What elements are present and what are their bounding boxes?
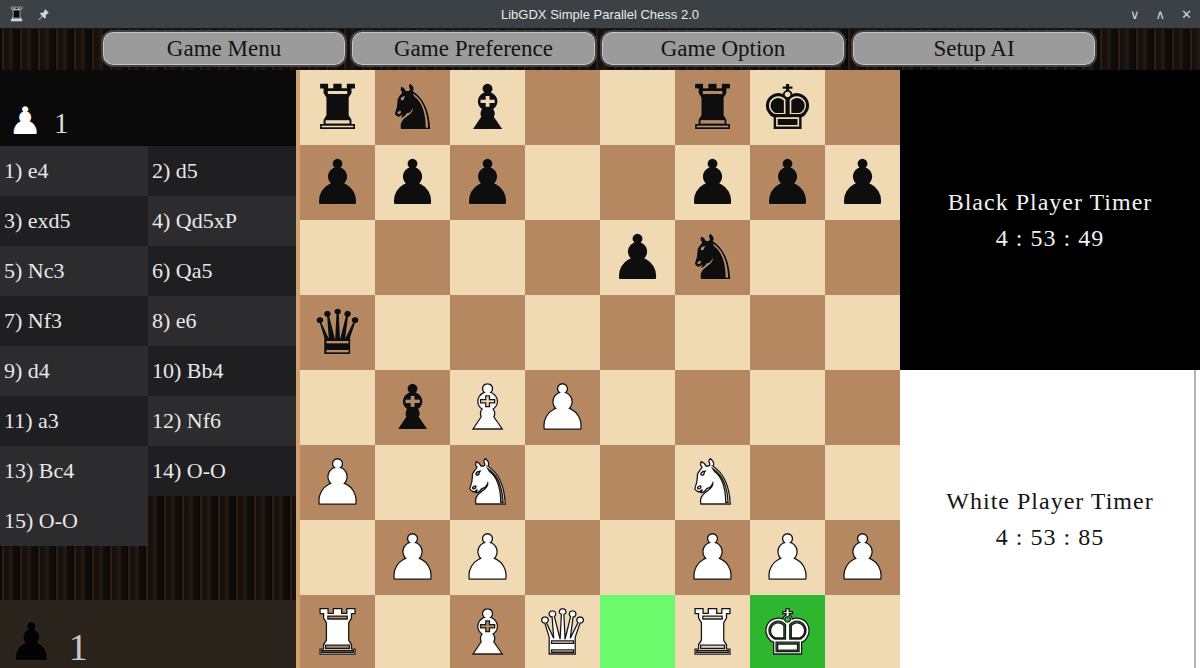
square-d6[interactable]: [525, 220, 600, 295]
square-g7[interactable]: ♟: [750, 145, 825, 220]
white-timer-title: White Player Timer: [946, 488, 1153, 515]
move-15: 15) O-O: [0, 496, 148, 546]
square-d3[interactable]: [525, 445, 600, 520]
square-f1[interactable]: ♜: [675, 595, 750, 668]
square-c1[interactable]: ♝: [450, 595, 525, 668]
square-h7[interactable]: ♟: [825, 145, 900, 220]
square-b2[interactable]: ♟: [375, 520, 450, 595]
white-bishop-piece: ♝: [460, 377, 516, 439]
minimize-button[interactable]: ∨: [1130, 7, 1140, 22]
square-f7[interactable]: ♟: [675, 145, 750, 220]
board-number-label: 1: [69, 628, 88, 668]
board-number-label: 1: [54, 108, 69, 140]
white-timer-value: 4 : 53 : 85: [996, 524, 1104, 551]
white-pawn-piece: ♟: [535, 377, 591, 439]
white-bishop-piece: ♝: [460, 602, 516, 664]
title-bar: ♜ LibGDX Simple Parallel Chess 2.0 ∨ ∧ ✕: [0, 0, 1200, 29]
square-c2[interactable]: ♟: [450, 520, 525, 595]
square-f2[interactable]: ♟: [675, 520, 750, 595]
square-e5[interactable]: [600, 295, 675, 370]
square-e3[interactable]: [600, 445, 675, 520]
square-f8[interactable]: ♜: [675, 70, 750, 145]
square-e6[interactable]: ♟: [600, 220, 675, 295]
square-a2[interactable]: [300, 520, 375, 595]
black-timer-title: Black Player Timer: [948, 189, 1153, 216]
black-queen-piece: ♛: [310, 302, 366, 364]
white-king-piece: ♚: [760, 602, 816, 664]
move-3: 3) exd5: [0, 196, 148, 246]
square-f5[interactable]: [675, 295, 750, 370]
black-pawn-piece: ♟: [685, 152, 741, 214]
square-a7[interactable]: ♟: [300, 145, 375, 220]
chess-board: ♜♞♝♜♚♟♟♟♟♟♟♟♞♛♝♝♟♟♞♞♟♟♟♟♟♜♝♛♜♚: [300, 70, 900, 668]
black-timer-value: 4 : 53 : 49: [996, 225, 1104, 252]
black-knight-piece: ♞: [385, 77, 441, 139]
game-preference-button[interactable]: Game Preference: [350, 30, 597, 67]
square-h8[interactable]: [825, 70, 900, 145]
white-rook-piece: ♜: [685, 602, 741, 664]
black-bishop-piece: ♝: [385, 377, 441, 439]
square-c6[interactable]: [450, 220, 525, 295]
black-timer-panel: Black Player Timer 4 : 53 : 49: [900, 70, 1200, 370]
square-d1[interactable]: ♛: [525, 595, 600, 668]
black-pawn-piece: ♟: [310, 152, 366, 214]
window-controls: ∨ ∧ ✕: [1130, 0, 1192, 28]
square-g1[interactable]: ♚: [750, 595, 825, 668]
square-e2[interactable]: [600, 520, 675, 595]
square-b8[interactable]: ♞: [375, 70, 450, 145]
square-f6[interactable]: ♞: [675, 220, 750, 295]
white-timer-panel: White Player Timer 4 : 53 : 85: [900, 370, 1200, 668]
move-12: 12) Nf6: [148, 396, 296, 446]
square-a4[interactable]: [300, 370, 375, 445]
black-pawn-piece: ♟: [460, 152, 516, 214]
game-option-button[interactable]: Game Option: [600, 30, 846, 67]
white-pawn-piece: ♟: [835, 527, 891, 589]
black-pawn-piece: ♟: [385, 152, 441, 214]
square-d7[interactable]: [525, 145, 600, 220]
black-pawn-icon: ♟: [8, 616, 55, 668]
square-a5[interactable]: ♛: [300, 295, 375, 370]
square-b4[interactable]: ♝: [375, 370, 450, 445]
black-pawn-piece: ♟: [835, 152, 891, 214]
square-f3[interactable]: ♞: [675, 445, 750, 520]
square-b3[interactable]: [375, 445, 450, 520]
square-g6[interactable]: [750, 220, 825, 295]
move-list-header: ♟ 1: [0, 70, 296, 146]
game-menu-button[interactable]: Game Menu: [101, 30, 347, 67]
white-pawn-piece: ♟: [685, 527, 741, 589]
white-pawn-piece: ♟: [310, 452, 366, 514]
setup-ai-button[interactable]: Setup AI: [851, 30, 1097, 67]
move-5: 5) Nc3: [0, 246, 148, 296]
white-pawn-icon: ♟: [8, 102, 42, 140]
white-pawn-piece: ♟: [385, 527, 441, 589]
square-g2[interactable]: ♟: [750, 520, 825, 595]
square-g5[interactable]: [750, 295, 825, 370]
move-13: 13) Bc4: [0, 446, 148, 496]
move-2: 2) d5: [148, 146, 296, 196]
square-d8[interactable]: [525, 70, 600, 145]
square-c5[interactable]: [450, 295, 525, 370]
square-h1[interactable]: [825, 595, 900, 668]
move-9: 9) d4: [0, 346, 148, 396]
move-4: 4) Qd5xP: [148, 196, 296, 246]
square-h3[interactable]: [825, 445, 900, 520]
move-list: 1) e42) d53) exd54) Qd5xP5) Nc36) Qa57) …: [0, 146, 296, 546]
black-knight-piece: ♞: [685, 227, 741, 289]
square-g4[interactable]: [750, 370, 825, 445]
square-h4[interactable]: [825, 370, 900, 445]
square-b7[interactable]: ♟: [375, 145, 450, 220]
square-e1[interactable]: [600, 595, 675, 668]
square-d4[interactable]: ♟: [525, 370, 600, 445]
move-14: 14) O-O: [148, 446, 296, 496]
black-rook-piece: ♜: [310, 77, 366, 139]
white-pawn-piece: ♟: [460, 527, 516, 589]
move-cell-empty: [148, 496, 296, 546]
square-e4[interactable]: [600, 370, 675, 445]
white-knight-piece: ♞: [685, 452, 741, 514]
move-6: 6) Qa5: [148, 246, 296, 296]
move-7: 7) Nf3: [0, 296, 148, 346]
white-rook-piece: ♜: [310, 602, 366, 664]
move-8: 8) e6: [148, 296, 296, 346]
square-b5[interactable]: [375, 295, 450, 370]
square-e7[interactable]: [600, 145, 675, 220]
white-pawn-piece: ♟: [760, 527, 816, 589]
square-c3[interactable]: ♞: [450, 445, 525, 520]
square-h6[interactable]: [825, 220, 900, 295]
square-g8[interactable]: ♚: [750, 70, 825, 145]
white-knight-piece: ♞: [460, 452, 516, 514]
square-b6[interactable]: [375, 220, 450, 295]
close-button[interactable]: ✕: [1181, 7, 1192, 22]
square-f4[interactable]: [675, 370, 750, 445]
square-a8[interactable]: ♜: [300, 70, 375, 145]
white-queen-piece: ♛: [535, 602, 591, 664]
square-b1[interactable]: [375, 595, 450, 668]
move-1: 1) e4: [0, 146, 148, 196]
square-c7[interactable]: ♟: [450, 145, 525, 220]
maximize-button[interactable]: ∧: [1156, 7, 1166, 22]
bottom-player-panel: ♟ 1: [0, 600, 296, 668]
square-d5[interactable]: [525, 295, 600, 370]
square-e8[interactable]: [600, 70, 675, 145]
black-king-piece: ♚: [760, 77, 816, 139]
black-pawn-piece: ♟: [610, 227, 666, 289]
square-c4[interactable]: ♝: [450, 370, 525, 445]
window-edge-line: [1194, 370, 1196, 668]
move-11: 11) a3: [0, 396, 148, 446]
window-title: LibGDX Simple Parallel Chess 2.0: [0, 7, 1200, 22]
square-h5[interactable]: [825, 295, 900, 370]
square-d2[interactable]: [525, 520, 600, 595]
black-bishop-piece: ♝: [460, 77, 516, 139]
square-a3[interactable]: ♟: [300, 445, 375, 520]
square-c8[interactable]: ♝: [450, 70, 525, 145]
square-h2[interactable]: ♟: [825, 520, 900, 595]
square-a1[interactable]: ♜: [300, 595, 375, 668]
move-10: 10) Bb4: [148, 346, 296, 396]
black-rook-piece: ♜: [685, 77, 741, 139]
square-g3[interactable]: [750, 445, 825, 520]
square-a6[interactable]: [300, 220, 375, 295]
black-pawn-piece: ♟: [760, 152, 816, 214]
